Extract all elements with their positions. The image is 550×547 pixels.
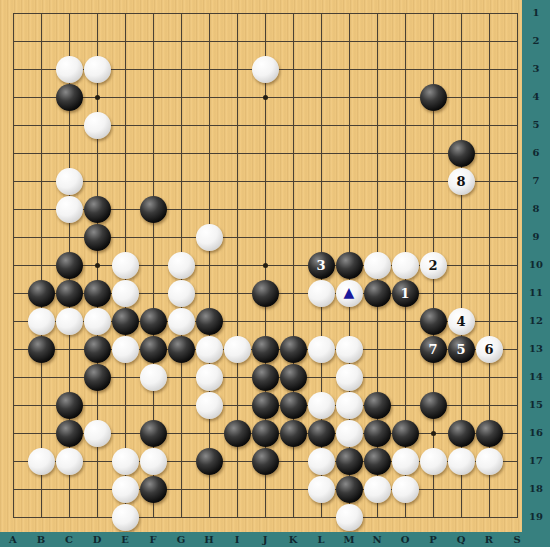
- white-stone-M11[interactable]: ▲: [336, 280, 363, 307]
- row-label-6: 6: [533, 148, 540, 158]
- grid-hline: [13, 489, 518, 490]
- black-stone-F13[interactable]: [140, 336, 167, 363]
- white-stone-C8[interactable]: [56, 196, 83, 223]
- row-label-10: 10: [529, 260, 543, 270]
- move-number-8: 8: [456, 175, 465, 188]
- row-label-1: 1: [533, 8, 540, 18]
- white-stone-C7[interactable]: [56, 168, 83, 195]
- star-point-J4: [263, 95, 268, 100]
- white-stone-E17[interactable]: [112, 448, 139, 475]
- white-stone-L18[interactable]: [308, 476, 335, 503]
- column-label-L: L: [317, 535, 324, 545]
- row-label-15: 15: [529, 400, 543, 410]
- black-stone-P12[interactable]: [420, 308, 447, 335]
- row-label-7: 7: [533, 176, 540, 186]
- white-stone-G11[interactable]: [168, 280, 195, 307]
- black-stone-J15[interactable]: [252, 392, 279, 419]
- white-stone-B12[interactable]: [28, 308, 55, 335]
- white-stone-E13[interactable]: [112, 336, 139, 363]
- white-stone-F17[interactable]: [140, 448, 167, 475]
- black-stone-K16[interactable]: [280, 420, 307, 447]
- column-label-N: N: [372, 535, 381, 545]
- row-label-3: 3: [533, 64, 540, 74]
- white-stone-D3[interactable]: [84, 56, 111, 83]
- black-stone-C15[interactable]: [56, 392, 83, 419]
- white-stone-M14[interactable]: [336, 364, 363, 391]
- column-label-C: C: [65, 535, 73, 545]
- column-labels-strip: ABCDEFGHIJKLMNOPQRS: [0, 532, 550, 547]
- black-stone-N11[interactable]: [364, 280, 391, 307]
- row-labels-strip: 12345678910111213141516171819: [522, 0, 550, 547]
- white-stone-E19[interactable]: [112, 504, 139, 531]
- row-label-13: 13: [529, 344, 543, 354]
- black-stone-L16[interactable]: [308, 420, 335, 447]
- star-point-D10: [95, 263, 100, 268]
- white-stone-F14[interactable]: [140, 364, 167, 391]
- black-stone-I16[interactable]: [224, 420, 251, 447]
- row-label-17: 17: [529, 456, 543, 466]
- white-stone-H14[interactable]: [196, 364, 223, 391]
- row-label-11: 11: [529, 288, 543, 298]
- black-stone-C10[interactable]: [56, 252, 83, 279]
- white-stone-M13[interactable]: [336, 336, 363, 363]
- black-stone-C16[interactable]: [56, 420, 83, 447]
- column-label-I: I: [235, 535, 240, 545]
- black-stone-H12[interactable]: [196, 308, 223, 335]
- white-stone-M19[interactable]: [336, 504, 363, 531]
- row-label-14: 14: [529, 372, 543, 382]
- black-stone-D8[interactable]: [84, 196, 111, 223]
- white-stone-R13[interactable]: 6: [476, 336, 503, 363]
- move-number-4: 4: [456, 315, 465, 328]
- white-stone-E11[interactable]: [112, 280, 139, 307]
- go-diagram-screen: 832▲14756 12345678910111213141516171819 …: [0, 0, 550, 547]
- white-stone-Q7[interactable]: 8: [448, 168, 475, 195]
- black-stone-K14[interactable]: [280, 364, 307, 391]
- row-label-18: 18: [529, 484, 543, 494]
- white-stone-Q12[interactable]: 4: [448, 308, 475, 335]
- black-stone-M18[interactable]: [336, 476, 363, 503]
- row-label-19: 19: [529, 512, 543, 522]
- column-label-O: O: [401, 535, 410, 545]
- white-stone-D5[interactable]: [84, 112, 111, 139]
- column-label-P: P: [429, 535, 437, 545]
- white-stone-D16[interactable]: [84, 420, 111, 447]
- column-label-K: K: [289, 535, 298, 545]
- black-stone-N15[interactable]: [364, 392, 391, 419]
- black-stone-M10[interactable]: [336, 252, 363, 279]
- black-stone-L10[interactable]: 3: [308, 252, 335, 279]
- black-stone-D13[interactable]: [84, 336, 111, 363]
- white-stone-I13[interactable]: [224, 336, 251, 363]
- triangle-marker: ▲: [344, 285, 355, 299]
- white-stone-D12[interactable]: [84, 308, 111, 335]
- black-stone-J11[interactable]: [252, 280, 279, 307]
- black-stone-C4[interactable]: [56, 84, 83, 111]
- row-label-9: 9: [533, 232, 540, 242]
- column-label-Q: Q: [457, 535, 466, 545]
- column-label-M: M: [343, 535, 354, 545]
- move-number-5: 5: [456, 343, 465, 356]
- white-stone-H13[interactable]: [196, 336, 223, 363]
- row-label-8: 8: [533, 204, 540, 214]
- white-stone-L17[interactable]: [308, 448, 335, 475]
- white-stone-C12[interactable]: [56, 308, 83, 335]
- black-stone-H17[interactable]: [196, 448, 223, 475]
- black-stone-E12[interactable]: [112, 308, 139, 335]
- black-stone-N16[interactable]: [364, 420, 391, 447]
- star-point-J10: [263, 263, 268, 268]
- black-stone-F18[interactable]: [140, 476, 167, 503]
- column-label-J: J: [263, 535, 268, 545]
- white-stone-H15[interactable]: [196, 392, 223, 419]
- black-stone-B13[interactable]: [28, 336, 55, 363]
- black-stone-Q6[interactable]: [448, 140, 475, 167]
- white-stone-N18[interactable]: [364, 476, 391, 503]
- column-label-G: G: [177, 535, 186, 545]
- black-stone-D11[interactable]: [84, 280, 111, 307]
- column-label-S: S: [513, 535, 520, 545]
- white-stone-L15[interactable]: [308, 392, 335, 419]
- black-stone-D9[interactable]: [84, 224, 111, 251]
- black-stone-J13[interactable]: [252, 336, 279, 363]
- move-number-7: 7: [428, 343, 437, 356]
- black-stone-J17[interactable]: [252, 448, 279, 475]
- white-stone-R17[interactable]: [476, 448, 503, 475]
- white-stone-L11[interactable]: [308, 280, 335, 307]
- column-label-E: E: [121, 535, 129, 545]
- white-stone-J3[interactable]: [252, 56, 279, 83]
- black-stone-O16[interactable]: [392, 420, 419, 447]
- black-stone-O11[interactable]: 1: [392, 280, 419, 307]
- white-stone-P10[interactable]: 2: [420, 252, 447, 279]
- white-stone-H9[interactable]: [196, 224, 223, 251]
- grid-vline: [517, 13, 518, 518]
- move-number-6: 6: [484, 343, 493, 356]
- white-stone-M16[interactable]: [336, 420, 363, 447]
- row-label-16: 16: [529, 428, 543, 438]
- column-label-H: H: [204, 535, 213, 545]
- black-stone-K15[interactable]: [280, 392, 307, 419]
- move-number-3: 3: [316, 259, 325, 272]
- row-label-12: 12: [529, 316, 543, 326]
- white-stone-M15[interactable]: [336, 392, 363, 419]
- row-label-2: 2: [533, 36, 540, 46]
- black-stone-P13[interactable]: 7: [420, 336, 447, 363]
- black-stone-D14[interactable]: [84, 364, 111, 391]
- black-stone-M17[interactable]: [336, 448, 363, 475]
- black-stone-P15[interactable]: [420, 392, 447, 419]
- column-label-B: B: [37, 535, 45, 545]
- black-stone-K13[interactable]: [280, 336, 307, 363]
- black-stone-P4[interactable]: [420, 84, 447, 111]
- white-stone-E18[interactable]: [112, 476, 139, 503]
- move-number-2: 2: [428, 259, 437, 272]
- black-stone-J14[interactable]: [252, 364, 279, 391]
- column-label-D: D: [93, 535, 102, 545]
- white-stone-O18[interactable]: [392, 476, 419, 503]
- grid-hline: [13, 517, 518, 518]
- row-label-5: 5: [533, 120, 540, 130]
- column-label-A: A: [9, 535, 17, 545]
- black-stone-Q16[interactable]: [448, 420, 475, 447]
- black-stone-Q13[interactable]: 5: [448, 336, 475, 363]
- white-stone-O10[interactable]: [392, 252, 419, 279]
- column-label-R: R: [485, 535, 493, 545]
- black-stone-N17[interactable]: [364, 448, 391, 475]
- column-label-F: F: [149, 535, 156, 545]
- row-label-4: 4: [533, 92, 540, 102]
- white-stone-O17[interactable]: [392, 448, 419, 475]
- star-point-D4: [95, 95, 100, 100]
- white-stone-N10[interactable]: [364, 252, 391, 279]
- white-stone-G12[interactable]: [168, 308, 195, 335]
- black-stone-F8[interactable]: [140, 196, 167, 223]
- star-point-P16: [431, 431, 436, 436]
- white-stone-P17[interactable]: [420, 448, 447, 475]
- move-number-1: 1: [400, 287, 409, 300]
- white-stone-C3[interactable]: [56, 56, 83, 83]
- white-stone-Q17[interactable]: [448, 448, 475, 475]
- black-stone-R16[interactable]: [476, 420, 503, 447]
- white-stone-G10[interactable]: [168, 252, 195, 279]
- white-stone-C17[interactable]: [56, 448, 83, 475]
- black-stone-B11[interactable]: [28, 280, 55, 307]
- black-stone-G13[interactable]: [168, 336, 195, 363]
- black-stone-J16[interactable]: [252, 420, 279, 447]
- white-stone-B17[interactable]: [28, 448, 55, 475]
- black-stone-F12[interactable]: [140, 308, 167, 335]
- white-stone-L13[interactable]: [308, 336, 335, 363]
- white-stone-E10[interactable]: [112, 252, 139, 279]
- black-stone-F16[interactable]: [140, 420, 167, 447]
- black-stone-C11[interactable]: [56, 280, 83, 307]
